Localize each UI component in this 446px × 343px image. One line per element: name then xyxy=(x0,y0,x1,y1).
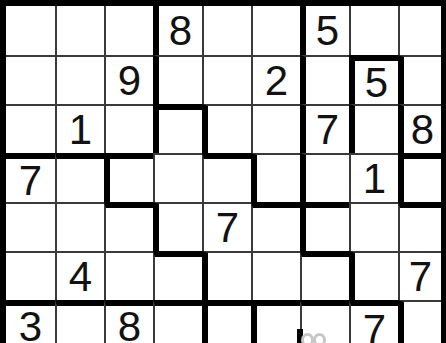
cell-r4c9[interactable] xyxy=(398,153,441,202)
given-digit: 1 xyxy=(363,158,386,200)
cell-r3c8[interactable] xyxy=(349,104,398,153)
cell-r5c4[interactable] xyxy=(153,202,202,251)
cell-r2c8[interactable]: 5 xyxy=(349,55,398,104)
cell-r6c8[interactable] xyxy=(349,251,398,300)
cell-r3c6[interactable] xyxy=(251,104,300,153)
watermark-ring-1 xyxy=(301,333,314,343)
given-digit: 8 xyxy=(169,10,192,52)
cell-r5c6[interactable] xyxy=(251,202,300,251)
cell-r1c2[interactable] xyxy=(55,6,104,55)
cell-r6c7[interactable] xyxy=(300,251,349,300)
cell-r5c8[interactable] xyxy=(349,202,398,251)
cell-r2c3[interactable]: 9 xyxy=(104,55,153,104)
given-digit: 4 xyxy=(69,256,92,298)
cell-r7c3[interactable]: 8 xyxy=(104,300,153,343)
watermark-ring-2 xyxy=(313,333,326,343)
given-digit: 5 xyxy=(365,62,388,104)
sudoku-board: 8592517871747387 xyxy=(0,0,446,343)
given-digit: 7 xyxy=(363,309,386,343)
cell-r1c4[interactable]: 8 xyxy=(153,6,202,55)
cell-r4c2[interactable] xyxy=(55,153,104,202)
cell-r3c3[interactable] xyxy=(104,104,153,153)
cell-r4c8[interactable]: 1 xyxy=(349,153,398,202)
cell-r4c5[interactable] xyxy=(202,153,251,202)
cell-r4c7[interactable] xyxy=(300,153,349,202)
cell-r5c3[interactable] xyxy=(104,202,153,251)
given-digit: 8 xyxy=(118,306,141,343)
cell-r2c9[interactable] xyxy=(398,55,441,104)
sudoku-grid: 8592517871747387 xyxy=(6,6,441,343)
cell-r1c1[interactable] xyxy=(6,6,55,55)
cell-r1c6[interactable] xyxy=(251,6,300,55)
cell-r5c2[interactable] xyxy=(55,202,104,251)
given-digit: 7 xyxy=(19,160,42,202)
cell-r4c3[interactable] xyxy=(104,153,153,202)
cell-r3c5[interactable] xyxy=(202,104,251,153)
given-digit: 3 xyxy=(19,306,42,343)
cell-r7c5[interactable] xyxy=(202,300,251,343)
cell-r3c4[interactable] xyxy=(153,104,202,153)
given-digit: 1 xyxy=(69,109,92,151)
cell-r2c5[interactable] xyxy=(202,55,251,104)
cell-r5c9[interactable] xyxy=(398,202,441,251)
given-digit: 2 xyxy=(265,60,288,102)
cell-r7c8[interactable]: 7 xyxy=(349,300,398,343)
cell-r6c3[interactable] xyxy=(104,251,153,300)
cell-r3c1[interactable] xyxy=(6,104,55,153)
cell-r6c6[interactable] xyxy=(251,251,300,300)
cell-r2c4[interactable] xyxy=(153,55,202,104)
cell-r1c7[interactable]: 5 xyxy=(300,6,349,55)
cell-r7c9[interactable] xyxy=(398,300,441,343)
cell-r5c1[interactable] xyxy=(6,202,55,251)
given-digit: 9 xyxy=(118,60,141,102)
cell-r3c7[interactable]: 7 xyxy=(300,104,349,153)
cell-r6c2[interactable]: 4 xyxy=(55,251,104,300)
cell-r1c3[interactable] xyxy=(104,6,153,55)
cell-r1c9[interactable] xyxy=(398,6,441,55)
given-digit: 7 xyxy=(409,256,432,298)
cell-r7c2[interactable] xyxy=(55,300,104,343)
cell-r2c1[interactable] xyxy=(6,55,55,104)
cell-r3c9[interactable]: 8 xyxy=(398,104,441,153)
cell-r1c8[interactable] xyxy=(349,6,398,55)
cell-r6c5[interactable] xyxy=(202,251,251,300)
cell-r5c5[interactable]: 7 xyxy=(202,202,251,251)
cell-r7c4[interactable] xyxy=(153,300,202,343)
cell-r4c4[interactable] xyxy=(153,153,202,202)
cell-r4c1[interactable]: 7 xyxy=(6,153,55,202)
cell-r7c6[interactable] xyxy=(251,300,300,343)
cell-r3c2[interactable]: 1 xyxy=(55,104,104,153)
screenshot: 8592517871747387 xyxy=(0,0,446,343)
cell-r6c9[interactable]: 7 xyxy=(398,251,441,300)
given-digit: 7 xyxy=(216,207,239,249)
given-digit: 7 xyxy=(316,109,339,151)
given-digit: 5 xyxy=(316,10,339,52)
cell-r2c7[interactable] xyxy=(300,55,349,104)
cell-r1c5[interactable] xyxy=(202,6,251,55)
cell-r2c2[interactable] xyxy=(55,55,104,104)
cell-r4c6[interactable] xyxy=(251,153,300,202)
cell-r7c1[interactable]: 3 xyxy=(6,300,55,343)
given-digit: 8 xyxy=(411,109,434,151)
cell-r6c4[interactable] xyxy=(153,251,202,300)
cell-r5c7[interactable] xyxy=(300,202,349,251)
cell-r6c1[interactable] xyxy=(6,251,55,300)
cell-r2c6[interactable]: 2 xyxy=(251,55,300,104)
